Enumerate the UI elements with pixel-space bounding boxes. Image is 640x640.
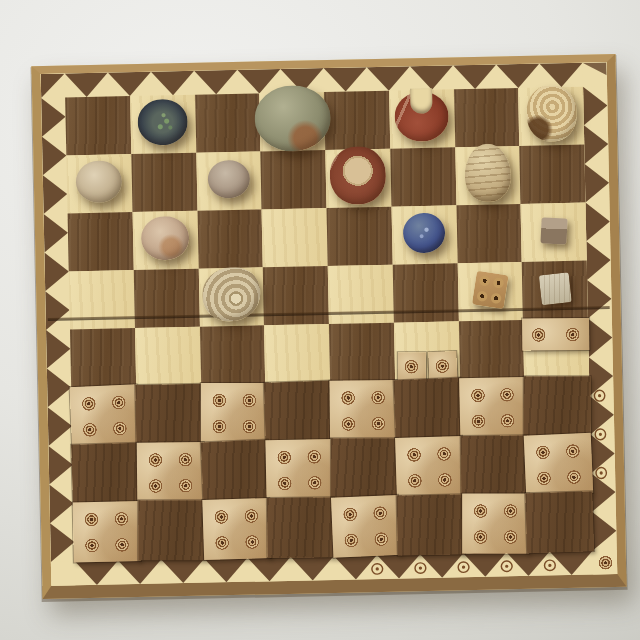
small-bone-tile[interactable]: [428, 351, 457, 381]
ring-and-dot-ornament: [81, 420, 99, 438]
tile-bone[interactable]: [524, 433, 593, 496]
tile-bone[interactable]: [459, 377, 527, 438]
ring-and-dot-ornament: [472, 502, 489, 519]
ring-and-dot-ornament: [369, 415, 386, 432]
ring-and-dot-ornament: [564, 442, 582, 460]
piece-bun-grey[interactable]: [207, 160, 250, 199]
piece-horseshoe[interactable]: [394, 91, 449, 142]
ring-and-dot-ornament: [84, 536, 101, 553]
ring-and-dot-ornament: [531, 326, 548, 343]
ring-and-dot-ornament: [565, 468, 583, 486]
tile-walnut[interactable]: [264, 381, 333, 443]
piece-cylinder-spiral[interactable]: [526, 85, 577, 142]
tile-walnut[interactable]: [524, 376, 591, 436]
square-g8[interactable]: [454, 88, 520, 147]
square-g1[interactable]: [462, 494, 528, 553]
tile-walnut[interactable]: [200, 440, 269, 503]
square-a3[interactable]: [71, 386, 137, 445]
ring-and-dot-ornament: [435, 445, 453, 463]
ring-and-dot-ornament: [498, 386, 515, 403]
square-c3[interactable]: [201, 383, 267, 442]
square-g7[interactable]: [455, 146, 521, 205]
square-f6[interactable]: [391, 205, 457, 264]
ring-and-dot-ornament: [83, 510, 100, 527]
small-bone-tile-pair[interactable]: [397, 351, 456, 381]
square-a4[interactable]: [70, 328, 136, 387]
square-f4[interactable]: [394, 321, 460, 380]
ring-and-dot-ornament: [80, 395, 98, 413]
square-b6[interactable]: [132, 211, 198, 270]
square-f3[interactable]: [395, 379, 461, 438]
square-d3[interactable]: [265, 382, 331, 441]
tile-bone[interactable]: [462, 494, 529, 554]
square-b1[interactable]: [138, 501, 204, 560]
tile-walnut[interactable]: [138, 500, 205, 560]
corner-triangle: [583, 62, 607, 86]
board-face: [41, 62, 618, 586]
square-e1[interactable]: [333, 497, 399, 556]
square-f2[interactable]: [396, 437, 462, 496]
ring-and-dot-ornament: [111, 419, 129, 437]
piece-disc-green[interactable]: [254, 85, 331, 153]
ring-and-dot-ornament: [340, 389, 357, 406]
square-f5[interactable]: [392, 263, 458, 322]
ring-and-dot-ornament: [534, 443, 552, 461]
tile-bone[interactable]: [331, 495, 400, 558]
ring-and-dot-ornament: [240, 418, 257, 435]
tile-walnut[interactable]: [71, 443, 140, 505]
square-b2[interactable]: [137, 443, 203, 502]
ring-and-dot-ornament: [240, 392, 257, 409]
tile-bone[interactable]: [70, 384, 139, 447]
border-corner-bottom-right: [593, 550, 617, 574]
square-a6[interactable]: [68, 212, 134, 271]
ring-and-dot-ornament: [176, 477, 193, 494]
square-h7[interactable]: [520, 145, 586, 204]
ring-and-dot-ornament: [501, 502, 518, 519]
ring-and-dot-ornament: [306, 474, 323, 491]
square-d6[interactable]: [262, 208, 328, 267]
ring-and-dot-ornament: [113, 536, 130, 553]
ring-and-dot-ornament: [499, 412, 516, 429]
ring-and-dot-ornament: [435, 471, 453, 489]
ring-and-dot-ornament: [176, 451, 193, 468]
border-corner-top-right: [583, 62, 607, 86]
ring-and-dot-ornament: [147, 451, 164, 468]
tile-bone[interactable]: [73, 501, 141, 562]
ring-and-dot-ornament: [210, 418, 227, 435]
square-c5[interactable]: [198, 267, 264, 326]
tile-bone[interactable]: [136, 442, 203, 503]
square-a1[interactable]: [74, 502, 140, 561]
ring-and-dot-ornament: [403, 358, 420, 375]
ring-and-dot-ornament: [469, 386, 486, 403]
square-h2[interactable]: [526, 435, 592, 494]
ring-and-dot-ornament: [341, 505, 359, 523]
square-g4[interactable]: [458, 320, 524, 379]
square-g5[interactable]: [457, 262, 523, 321]
ring-and-dot-ornament: [277, 474, 294, 491]
ring-and-dot-ornament: [405, 446, 423, 464]
ring-and-dot-ornament: [147, 477, 164, 494]
ring-and-dot-ornament: [536, 469, 554, 487]
tile-walnut[interactable]: [331, 438, 398, 498]
square-c2[interactable]: [202, 441, 268, 500]
square-b4[interactable]: [135, 327, 201, 386]
ring-and-dot-ornament: [472, 528, 489, 545]
ring-and-dot-ornament: [564, 326, 581, 343]
ring-and-dot-ornament: [276, 448, 293, 465]
tile-bone[interactable]: [200, 383, 267, 443]
game-board: [31, 54, 626, 599]
photo-background: [0, 0, 640, 640]
ring-and-dot-ornament: [371, 504, 389, 522]
corner-triangle: [41, 73, 65, 97]
ring-and-dot-ornament: [305, 448, 322, 465]
square-c8[interactable]: [195, 93, 261, 152]
square-h1[interactable]: [527, 493, 593, 552]
square-e8[interactable]: [324, 91, 390, 150]
square-e4[interactable]: [329, 323, 395, 382]
tile-walnut[interactable]: [396, 494, 464, 555]
piece-beehive[interactable]: [464, 143, 511, 202]
border-corner-bottom-left: [51, 561, 75, 585]
square-h6[interactable]: [521, 203, 587, 262]
tile-walnut[interactable]: [393, 378, 462, 441]
ring-and-dot-ornament: [434, 357, 452, 375]
ring-and-dot-ornament: [212, 508, 230, 526]
piece-bun-pink[interactable]: [141, 216, 190, 261]
square-e3[interactable]: [330, 381, 396, 440]
square-f7[interactable]: [390, 147, 456, 206]
ring-and-dot-ornament: [406, 472, 424, 490]
piece-disc-speckled[interactable]: [137, 99, 188, 146]
tile-eyes[interactable]: [522, 318, 589, 351]
piece-die-bone[interactable]: [472, 271, 509, 309]
ring-and-dot-ornament: [343, 531, 361, 549]
tile-walnut[interactable]: [267, 497, 334, 558]
tile-bone[interactable]: [395, 436, 464, 498]
square-d7[interactable]: [261, 150, 327, 209]
tile-walnut[interactable]: [460, 435, 527, 496]
ring-and-dot-ornament: [210, 392, 227, 409]
ring-and-dot-ornament: [372, 530, 390, 548]
square-d8[interactable]: [259, 92, 325, 151]
square-h8[interactable]: [518, 87, 584, 146]
square-a8[interactable]: [65, 96, 131, 155]
square-d1[interactable]: [268, 498, 334, 557]
square-c6[interactable]: [197, 209, 263, 268]
square-e7[interactable]: [325, 149, 391, 208]
square-c4[interactable]: [199, 325, 265, 384]
piece-ball-blue[interactable]: [403, 213, 446, 254]
square-c7[interactable]: [196, 151, 262, 210]
tile-bone[interactable]: [329, 380, 396, 441]
ring-and-dot-ornament: [213, 534, 231, 552]
border-corner-top-left: [41, 73, 65, 97]
ring-and-dot-ornament: [242, 507, 260, 525]
piece-cup-red[interactable]: [330, 146, 387, 205]
tile-walnut[interactable]: [525, 491, 594, 553]
tile-bone[interactable]: [266, 439, 334, 500]
ring-and-dot-ornament: [369, 389, 386, 406]
square-f8[interactable]: [389, 89, 455, 148]
square-e2[interactable]: [331, 439, 397, 498]
board-grid: [65, 87, 593, 562]
square-c1[interactable]: [203, 499, 269, 558]
ring-and-dot-ornament: [470, 412, 487, 429]
ring-and-dot-ornament: [242, 533, 260, 551]
square-h3[interactable]: [524, 377, 590, 436]
ring-and-dot-ornament: [340, 415, 357, 432]
square-a5[interactable]: [69, 270, 135, 329]
square-g3[interactable]: [460, 378, 526, 437]
ring-and-dot-ornament: [596, 554, 613, 571]
ring-and-dot-ornament: [112, 510, 129, 527]
square-d4[interactable]: [264, 324, 330, 383]
ring-and-dot-ornament: [109, 393, 127, 411]
square-d2[interactable]: [267, 440, 333, 499]
tile-walnut[interactable]: [135, 384, 203, 445]
small-bone-tile[interactable]: [398, 352, 426, 381]
square-a7[interactable]: [66, 154, 132, 213]
tile-bone[interactable]: [202, 498, 271, 560]
square-b7[interactable]: [131, 153, 197, 212]
piece-cube-stone[interactable]: [540, 217, 567, 244]
square-g2[interactable]: [461, 436, 527, 495]
square-g6[interactable]: [456, 204, 522, 263]
piece-bun-cream[interactable]: [76, 160, 123, 203]
square-h5[interactable]: [522, 261, 588, 320]
square-e6[interactable]: [327, 207, 393, 266]
square-b3[interactable]: [136, 385, 202, 444]
square-b5[interactable]: [134, 269, 200, 328]
square-d5[interactable]: [263, 266, 329, 325]
ring-and-dot-ornament: [501, 528, 518, 545]
square-b8[interactable]: [130, 95, 196, 154]
square-h4[interactable]: [523, 319, 589, 378]
square-a2[interactable]: [72, 444, 138, 503]
piece-cube-pale[interactable]: [538, 272, 571, 305]
square-f1[interactable]: [397, 495, 463, 554]
square-e5[interactable]: [328, 265, 394, 324]
